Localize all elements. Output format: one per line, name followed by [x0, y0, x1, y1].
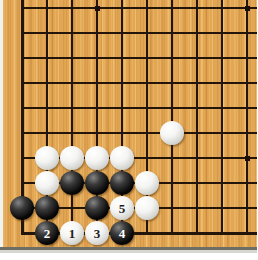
intersection-B4 [35, 146, 60, 171]
stone-black-C3[interactable] [60, 171, 84, 195]
stone-white-B4[interactable] [35, 146, 59, 170]
stone-white-C1[interactable]: 1 [60, 221, 84, 245]
intersection-C1: 1 [60, 221, 85, 246]
board-left-edge-highlight [0, 0, 3, 250]
stone-white-F2[interactable] [135, 196, 159, 220]
stone-white-G5[interactable] [160, 121, 184, 145]
stone-white-C4[interactable] [60, 146, 84, 170]
intersection-A2 [10, 196, 35, 221]
intersection-B1: 2 [35, 221, 60, 246]
move-number-label: 5 [119, 202, 126, 215]
stone-black-D2[interactable] [85, 196, 109, 220]
intersection-D3 [85, 171, 110, 196]
stone-white-F3[interactable] [135, 171, 159, 195]
intersection-D1: 3 [85, 221, 110, 246]
intersection-E4 [110, 146, 135, 171]
stone-white-D4[interactable] [85, 146, 109, 170]
intersection-C4 [60, 146, 85, 171]
move-number-label: 4 [119, 227, 126, 240]
go-board[interactable]: 52134 [10, 0, 258, 246]
move-number-label: 3 [94, 227, 101, 240]
stone-black-D3[interactable] [85, 171, 109, 195]
intersection-B2 [35, 196, 60, 221]
stone-black-B2[interactable] [35, 196, 59, 220]
intersection-D2 [85, 196, 110, 221]
stone-white-D1[interactable]: 3 [85, 221, 109, 245]
stone-black-B1[interactable]: 2 [35, 221, 59, 245]
intersection-B3 [35, 171, 60, 196]
intersection-F3 [135, 171, 160, 196]
stone-white-E4[interactable] [110, 146, 134, 170]
intersection-C3 [60, 171, 85, 196]
board-bottom-edge-light [0, 250, 257, 253]
intersection-F2 [135, 196, 160, 221]
stone-black-E1[interactable]: 4 [110, 221, 134, 245]
intersection-E1: 4 [110, 221, 135, 246]
stone-white-E2[interactable]: 5 [110, 196, 134, 220]
go-board-screenshot: 52134 [0, 0, 257, 260]
stone-black-A2[interactable] [10, 196, 34, 220]
intersection-E3 [110, 171, 135, 196]
intersection-G5 [160, 121, 185, 146]
move-number-label: 1 [69, 227, 76, 240]
stone-white-B3[interactable] [35, 171, 59, 195]
move-number-label: 2 [44, 227, 51, 240]
stone-black-E3[interactable] [110, 171, 134, 195]
intersection-E2: 5 [110, 196, 135, 221]
intersection-D4 [85, 146, 110, 171]
